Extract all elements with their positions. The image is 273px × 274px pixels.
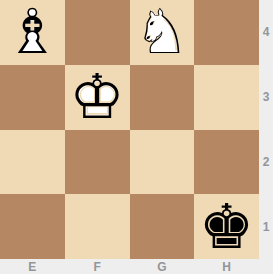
rank-label-4: 4 (263, 25, 270, 39)
square-g4[interactable]: ♞♘ (130, 0, 195, 65)
file-label-e: E (28, 260, 36, 274)
white-knight[interactable]: ♞♘ (130, 0, 195, 65)
board: ♝♗♞♘♚♔♚ (0, 0, 259, 259)
square-h2[interactable] (194, 130, 259, 195)
chess-diagram: ♝♗♞♘♚♔♚ 4 3 2 1 E F G H (0, 0, 273, 274)
file-label-g: G (157, 260, 166, 274)
rank-label-2: 2 (263, 155, 270, 169)
square-h4[interactable] (194, 0, 259, 65)
file-label-h: H (222, 260, 231, 274)
square-g1[interactable] (130, 194, 195, 259)
square-e1[interactable] (0, 194, 65, 259)
square-g2[interactable] (130, 130, 195, 195)
square-e3[interactable] (0, 65, 65, 130)
square-e2[interactable] (0, 130, 65, 195)
square-e4[interactable]: ♝♗ (0, 0, 65, 65)
square-f1[interactable] (65, 194, 130, 259)
square-f3[interactable]: ♚♔ (65, 65, 130, 130)
white-king[interactable]: ♚♔ (65, 65, 130, 130)
file-coordinates: E F G H (0, 259, 259, 274)
rank-label-3: 3 (263, 90, 270, 104)
white-bishop[interactable]: ♝♗ (0, 0, 65, 65)
black-king[interactable]: ♚ (194, 194, 259, 259)
square-h1[interactable]: ♚ (194, 194, 259, 259)
square-f4[interactable] (65, 0, 130, 65)
rank-coordinates: 4 3 2 1 (259, 0, 273, 274)
square-f2[interactable] (65, 130, 130, 195)
square-h3[interactable] (194, 65, 259, 130)
square-g3[interactable] (130, 65, 195, 130)
rank-label-1: 1 (263, 220, 270, 234)
file-label-f: F (93, 260, 100, 274)
